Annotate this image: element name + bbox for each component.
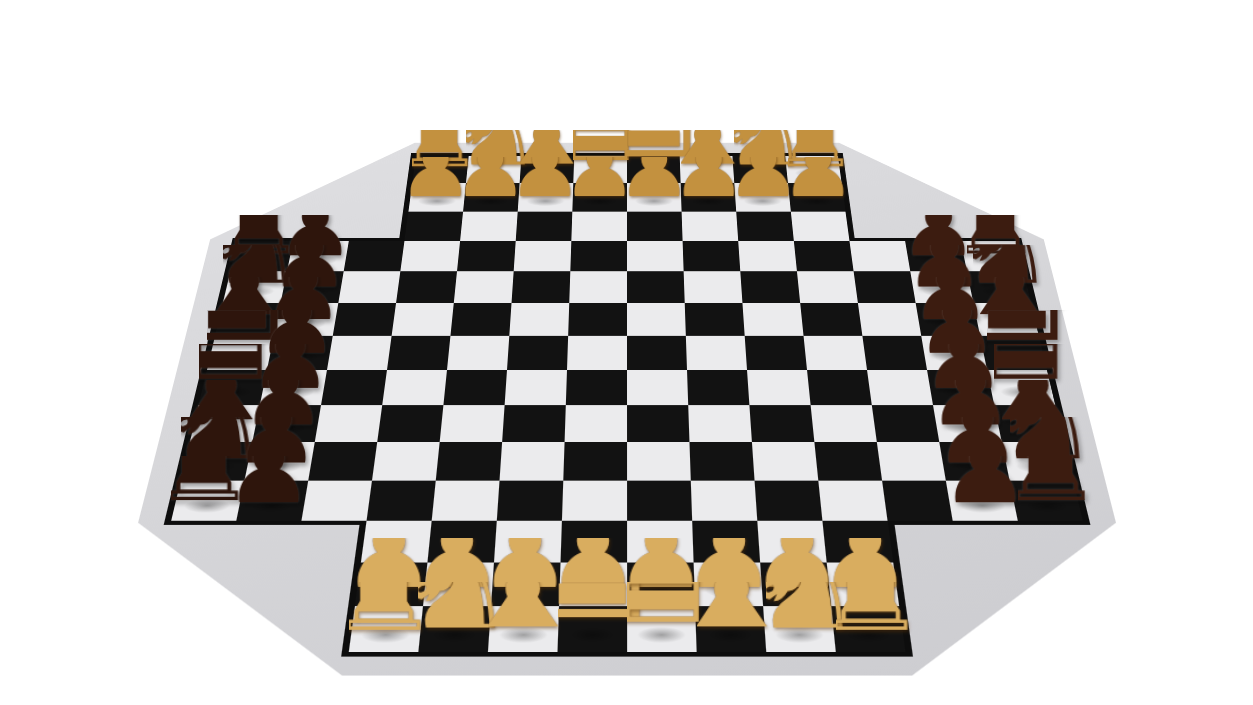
square-r6c9[interactable]	[684, 302, 744, 335]
square-r3c8[interactable]	[627, 211, 683, 240]
piece-shadow	[628, 166, 678, 179]
square-r5c10[interactable]	[740, 271, 800, 303]
piece-shadow	[628, 194, 679, 207]
square-r4c6[interactable]	[513, 240, 571, 270]
square-r6c11[interactable]	[800, 302, 862, 335]
square-r7c4[interactable]	[387, 335, 450, 369]
piece-shadow	[574, 194, 625, 207]
piece-shadow	[790, 194, 842, 207]
square-r3c10[interactable]	[736, 211, 794, 240]
piece-shadow	[681, 166, 731, 179]
square-r5c6[interactable]	[511, 271, 570, 303]
square-r7c5[interactable]	[447, 335, 509, 369]
piece-bottom-rook[interactable]: ♜	[835, 582, 905, 652]
square-r4c7[interactable]	[570, 240, 627, 270]
piece-left-pawn[interactable]: ♟	[236, 455, 301, 520]
square-r6c8[interactable]	[627, 302, 686, 335]
piece-shadow	[575, 166, 625, 179]
square-r4c3[interactable]	[343, 240, 404, 270]
square-r4c5[interactable]	[457, 240, 516, 270]
square-r5c3[interactable]	[338, 271, 400, 303]
piece-shadow	[465, 194, 517, 207]
scene: ♜♞♝♛♚♝♞♜♟♟♟♟♟♟♟♟♜♟♟♜♞♟♟♞♝♟♟♝♚♟♟♚♛♟♟♛♝♟♟♝…	[0, 0, 1253, 705]
square-r6c4[interactable]	[391, 302, 453, 335]
square-r3c11[interactable]	[790, 211, 849, 240]
square-r3c9[interactable]	[681, 211, 738, 240]
piece-right-rook[interactable]: ♜	[1017, 455, 1082, 520]
piece-shadow	[519, 194, 570, 207]
piece-shadow	[682, 194, 733, 207]
square-r7c11[interactable]	[803, 335, 866, 369]
square-r3c7[interactable]	[571, 211, 627, 240]
square-r4c8[interactable]	[627, 240, 684, 270]
square-r3c6[interactable]	[515, 211, 572, 240]
square-r5c5[interactable]	[453, 271, 513, 303]
square-r4c11[interactable]	[793, 240, 853, 270]
square-r6c12[interactable]	[857, 302, 920, 335]
piece-shadow	[736, 194, 788, 207]
pawn-glyph: ♟	[224, 418, 314, 518]
piece-shadow	[414, 166, 465, 179]
square-r5c4[interactable]	[396, 271, 457, 303]
square-r3c5[interactable]	[460, 211, 518, 240]
square-r4c10[interactable]	[738, 240, 797, 270]
square-r5c7[interactable]	[569, 271, 627, 303]
square-r6c6[interactable]	[509, 302, 569, 335]
square-r3c4[interactable]	[404, 211, 463, 240]
square-r7c8[interactable]	[627, 335, 687, 369]
square-r4c9[interactable]	[682, 240, 740, 270]
square-r5c8[interactable]	[627, 271, 685, 303]
square-r4c4[interactable]	[400, 240, 460, 270]
rook-glyph: ♜	[812, 519, 928, 649]
piece-shadow	[410, 194, 462, 207]
square-r7c7[interactable]	[567, 335, 627, 369]
piece-shadow	[788, 166, 839, 179]
piece-shadow	[734, 166, 785, 179]
square-r6c10[interactable]	[742, 302, 803, 335]
square-r5c9[interactable]	[683, 271, 742, 303]
square-r6c5[interactable]	[450, 302, 511, 335]
square-r6c3[interactable]	[332, 302, 395, 335]
square-r4c12[interactable]	[849, 240, 910, 270]
square-r5c12[interactable]	[853, 271, 915, 303]
rook-glyph: ♜	[995, 396, 1104, 518]
square-r5c11[interactable]	[796, 271, 857, 303]
square-r7c9[interactable]	[685, 335, 746, 369]
board-3d: ♜♞♝♛♚♝♞♜♟♟♟♟♟♟♟♟♜♟♟♜♞♟♟♞♝♟♟♝♚♟♟♚♛♟♟♛♝♟♟♝…	[139, 156, 1113, 652]
square-r7c10[interactable]	[744, 335, 806, 369]
square-r7c6[interactable]	[507, 335, 568, 369]
square-r6c7[interactable]	[568, 302, 627, 335]
piece-shadow	[521, 166, 571, 179]
piece-shadow	[468, 166, 519, 179]
